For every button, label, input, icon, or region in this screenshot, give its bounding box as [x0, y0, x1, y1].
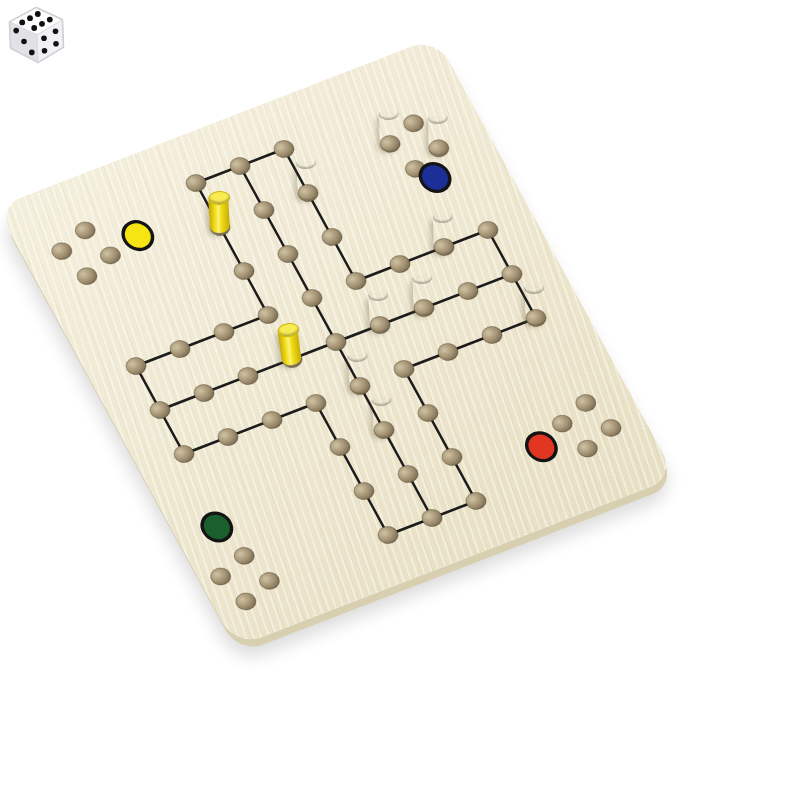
board-hole[interactable]	[435, 341, 462, 363]
board-hole[interactable]	[463, 490, 490, 512]
die-pip	[19, 20, 25, 26]
board-hole[interactable]	[183, 172, 210, 194]
die-pip	[41, 35, 47, 41]
board-hole[interactable]	[231, 260, 258, 282]
board-hole[interactable]	[439, 446, 466, 468]
peg-green-standing[interactable]	[371, 391, 394, 436]
start-hole-yellow[interactable]	[74, 265, 101, 287]
board-hole[interactable]	[327, 436, 354, 458]
board-hole[interactable]	[167, 338, 194, 360]
die-pip	[13, 28, 19, 34]
start-hole-red[interactable]	[549, 412, 576, 434]
peg-blue-standing[interactable]	[296, 155, 318, 200]
photo-stage	[0, 0, 800, 801]
board-hole[interactable]	[455, 280, 482, 302]
board-hole[interactable]	[259, 409, 286, 431]
board-hole[interactable]	[391, 358, 418, 380]
board-hole[interactable]	[275, 243, 302, 265]
board-hole[interactable]	[235, 365, 262, 387]
board-hole[interactable]	[375, 524, 402, 546]
die-pip	[29, 50, 35, 56]
board-hole[interactable]	[171, 443, 198, 465]
die-pip	[53, 29, 59, 35]
peg-red-standing[interactable]	[412, 270, 434, 315]
start-hole-green[interactable]	[207, 565, 234, 587]
start-hole-yellow[interactable]	[72, 219, 99, 241]
start-hole-green[interactable]	[233, 590, 260, 612]
board-hole[interactable]	[319, 226, 346, 248]
die-pip	[31, 25, 37, 31]
peg-red-standing[interactable]	[368, 287, 390, 332]
board-hole[interactable]	[395, 463, 422, 485]
die-pip	[35, 11, 41, 17]
board-hole[interactable]	[387, 253, 414, 275]
board-hole[interactable]	[215, 426, 242, 448]
board-hole[interactable]	[351, 480, 378, 502]
die-pip	[42, 48, 48, 54]
peg-yellow-standing[interactable]	[208, 189, 230, 234]
start-hole-red[interactable]	[574, 437, 601, 459]
die-pip	[53, 41, 59, 47]
die-pip	[21, 39, 27, 45]
start-hole-red[interactable]	[598, 417, 625, 439]
board-hole[interactable]	[227, 155, 254, 177]
board-hole[interactable]	[211, 321, 238, 343]
board-hole[interactable]	[303, 392, 330, 414]
board-hole[interactable]	[475, 219, 502, 241]
start-hole-yellow[interactable]	[97, 244, 124, 266]
start-hole-green[interactable]	[256, 570, 283, 592]
corner-circle-yellow	[118, 218, 158, 254]
corner-circle-green	[197, 509, 237, 545]
board-hole[interactable]	[479, 324, 506, 346]
die-pip	[27, 15, 33, 21]
board-hole[interactable]	[147, 399, 174, 421]
board-hole[interactable]	[499, 263, 526, 285]
start-hole-red[interactable]	[573, 392, 600, 414]
peg-green-standing[interactable]	[433, 209, 455, 254]
board-hole[interactable]	[271, 138, 298, 160]
die-pip	[47, 17, 53, 23]
board-graphic	[0, 37, 676, 647]
board-hole[interactable]	[419, 507, 446, 529]
start-hole-yellow[interactable]	[48, 240, 75, 262]
board-hole[interactable]	[191, 382, 218, 404]
peg-blue-standing[interactable]	[379, 106, 401, 151]
die-graphic	[0, 0, 72, 70]
board-hole[interactable]	[299, 287, 326, 309]
board-hole[interactable]	[343, 270, 370, 292]
peg-red-standing[interactable]	[524, 280, 546, 325]
peg-green-standing[interactable]	[347, 347, 370, 392]
corner-circle-red	[521, 429, 561, 465]
board-hole[interactable]	[123, 355, 150, 377]
game-board[interactable]	[0, 37, 676, 647]
die-pip	[39, 21, 45, 27]
peg-blue-standing[interactable]	[427, 110, 449, 155]
start-hole-blue[interactable]	[400, 112, 427, 134]
start-hole-green[interactable]	[231, 545, 258, 567]
board-hole[interactable]	[415, 402, 442, 424]
board-hole[interactable]	[323, 331, 350, 353]
board-hole[interactable]	[251, 199, 278, 221]
